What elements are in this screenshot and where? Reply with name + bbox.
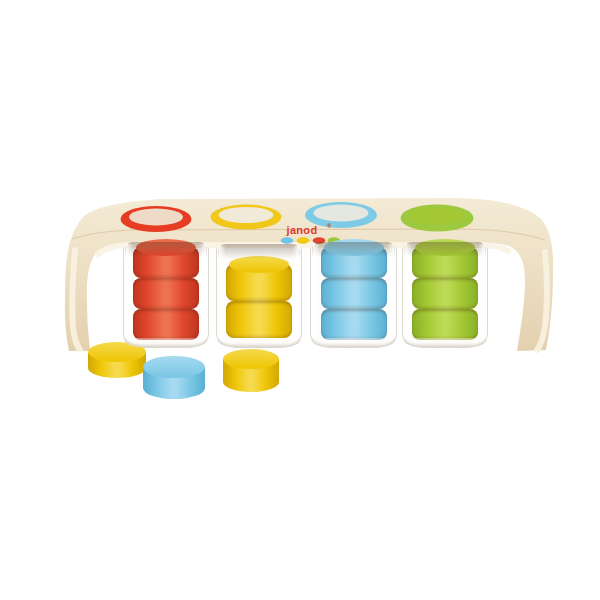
- loose-discs-layer: [0, 0, 600, 600]
- green-disc: [412, 278, 478, 309]
- yellow-tube: [216, 242, 302, 348]
- blue-disc: [321, 278, 387, 309]
- tube-bottom-rim: [403, 338, 487, 347]
- red-disc: [133, 309, 199, 340]
- red-disc: [133, 278, 199, 309]
- disc-top-face: [143, 356, 205, 378]
- disc-top-face: [223, 349, 279, 369]
- green-disc: [412, 309, 478, 340]
- tube-bottom-rim: [311, 338, 396, 347]
- bench-shadow-on-tube: [218, 244, 300, 259]
- yellow-loose-disc: [223, 349, 279, 392]
- bench-shadow-on-tube: [404, 242, 486, 257]
- tube-bottom-rim: [217, 338, 301, 347]
- tube-bottom-rim: [124, 338, 208, 347]
- red-tube: [123, 240, 209, 348]
- bench-shadow-on-tube: [125, 242, 207, 257]
- yellow-disc: [226, 301, 292, 338]
- bench-shadow-on-tube: [312, 242, 395, 257]
- yellow-loose-disc: [88, 342, 146, 378]
- blue-tube: [310, 240, 397, 348]
- toy-product-photo: janod ®: [0, 0, 600, 600]
- blue-disc: [321, 309, 387, 340]
- green-tube: [402, 240, 488, 348]
- blue-loose-disc: [143, 356, 205, 399]
